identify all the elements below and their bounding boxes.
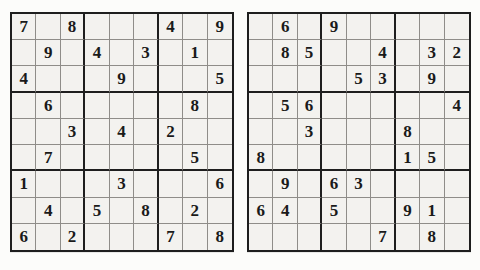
sudoku-cell-right-r2c9[interactable]: 2 [445,40,469,66]
sudoku-cell-left-r9c4[interactable] [85,224,109,250]
sudoku-cell-right-r1c2[interactable]: 6 [273,14,297,40]
sudoku-cell-right-r7c5[interactable]: 3 [347,171,371,197]
sudoku-cell-left-r5c5[interactable]: 4 [110,119,134,145]
sudoku-cell-right-r7c8[interactable] [420,171,444,197]
sudoku-cell-right-r6c1[interactable]: 8 [249,145,273,171]
sudoku-cell-left-r2c1[interactable] [12,40,36,66]
sudoku-cell-left-r5c3[interactable]: 3 [61,119,85,145]
sudoku-cell-right-r5c4[interactable] [322,119,346,145]
sudoku-cell-left-r9c1[interactable]: 6 [12,224,36,250]
sudoku-cell-right-r4c9[interactable]: 4 [445,93,469,119]
sudoku-cell-right-r5c5[interactable] [347,119,371,145]
sudoku-cell-left-r1c4[interactable] [85,14,109,40]
sudoku-cell-left-r8c7[interactable] [159,198,183,224]
sudoku-cell-right-r9c6[interactable]: 7 [371,224,395,250]
sudoku-cell-left-r7c3[interactable] [61,171,85,197]
sudoku-cell-right-r9c9[interactable] [445,224,469,250]
sudoku-cell-right-r7c2[interactable]: 9 [273,171,297,197]
sudoku-cell-right-r2c7[interactable] [396,40,420,66]
sudoku-cell-right-r3c2[interactable] [273,66,297,92]
sudoku-cell-left-r3c1[interactable]: 4 [12,66,36,92]
sudoku-cell-right-r6c8[interactable]: 5 [420,145,444,171]
sudoku-cell-left-r8c8[interactable]: 2 [183,198,207,224]
sudoku-cell-right-r8c1[interactable]: 6 [249,198,273,224]
sudoku-cell-left-r5c6[interactable] [134,119,158,145]
sudoku-cell-right-r2c4[interactable] [322,40,346,66]
sudoku-cell-left-r9c9[interactable]: 8 [208,224,232,250]
sudoku-cell-left-r6c3[interactable] [61,145,85,171]
sudoku-cell-right-r8c9[interactable] [445,198,469,224]
sudoku-cell-right-r4c8[interactable] [420,93,444,119]
sudoku-cell-right-r3c8[interactable]: 9 [420,66,444,92]
sudoku-cell-right-r1c6[interactable] [371,14,395,40]
sudoku-cell-left-r2c2[interactable]: 9 [36,40,60,66]
sudoku-cell-left-r4c5[interactable] [110,93,134,119]
sudoku-cell-left-r7c9[interactable]: 6 [208,171,232,197]
sudoku-cell-left-r8c3[interactable] [61,198,85,224]
sudoku-cell-left-r8c9[interactable] [208,198,232,224]
sudoku-cell-left-r1c8[interactable] [183,14,207,40]
sudoku-cell-left-r9c5[interactable] [110,224,134,250]
sudoku-cell-right-r9c5[interactable] [347,224,371,250]
sudoku-cell-left-r5c4[interactable] [85,119,109,145]
sudoku-cell-right-r4c4[interactable] [322,93,346,119]
sudoku-cell-left-r3c4[interactable] [85,66,109,92]
sudoku-cell-left-r4c6[interactable] [134,93,158,119]
sudoku-cell-right-r5c8[interactable] [420,119,444,145]
sudoku-cell-left-r5c7[interactable]: 2 [159,119,183,145]
sudoku-cell-right-r3c5[interactable]: 5 [347,66,371,92]
sudoku-cell-left-r2c5[interactable] [110,40,134,66]
sudoku-cell-right-r9c1[interactable] [249,224,273,250]
sudoku-cell-right-r3c1[interactable] [249,66,273,92]
sudoku-cell-left-r9c3[interactable]: 2 [61,224,85,250]
sudoku-cell-right-r3c7[interactable] [396,66,420,92]
sudoku-cell-right-r1c8[interactable] [420,14,444,40]
sudoku-cell-left-r9c8[interactable] [183,224,207,250]
sudoku-cell-right-r5c6[interactable] [371,119,395,145]
sudoku-cell-left-r6c8[interactable]: 5 [183,145,207,171]
sudoku-board-right: 6985432539564388159636459178 [247,12,471,252]
sudoku-cell-left-r7c7[interactable] [159,171,183,197]
sudoku-cell-left-r2c7[interactable] [159,40,183,66]
sudoku-cell-left-r3c8[interactable] [183,66,207,92]
sudoku-cell-left-r7c1[interactable]: 1 [12,171,36,197]
sudoku-cell-left-r5c8[interactable] [183,119,207,145]
sudoku-cell-right-r2c8[interactable]: 3 [420,40,444,66]
sudoku-cell-left-r8c4[interactable]: 5 [85,198,109,224]
sudoku-cell-right-r7c1[interactable] [249,171,273,197]
sudoku-cell-left-r8c5[interactable] [110,198,134,224]
sudoku-cell-left-r1c6[interactable] [134,14,158,40]
sudoku-cell-left-r6c5[interactable] [110,145,134,171]
sudoku-cell-left-r1c2[interactable] [36,14,60,40]
sudoku-cell-right-r4c6[interactable] [371,93,395,119]
sudoku-cell-right-r3c4[interactable] [322,66,346,92]
sudoku-cell-left-r3c7[interactable] [159,66,183,92]
sudoku-cell-right-r7c9[interactable] [445,171,469,197]
sudoku-cell-right-r5c1[interactable] [249,119,273,145]
sudoku-cell-right-r6c9[interactable] [445,145,469,171]
sudoku-cell-right-r5c2[interactable] [273,119,297,145]
sudoku-cell-left-r5c9[interactable] [208,119,232,145]
sudoku-cell-left-r6c1[interactable] [12,145,36,171]
sudoku-cell-right-r2c2[interactable]: 8 [273,40,297,66]
sudoku-cell-right-r7c6[interactable] [371,171,395,197]
sudoku-cell-left-r7c5[interactable]: 3 [110,171,134,197]
sudoku-cell-left-r5c2[interactable] [36,119,60,145]
sudoku-cell-left-r9c2[interactable] [36,224,60,250]
sudoku-cell-right-r1c7[interactable] [396,14,420,40]
sudoku-cell-left-r2c3[interactable] [61,40,85,66]
sudoku-cell-left-r4c4[interactable] [85,93,109,119]
sudoku-cell-left-r4c8[interactable]: 8 [183,93,207,119]
sudoku-cell-right-r5c3[interactable]: 3 [298,119,322,145]
sudoku-cell-left-r6c9[interactable] [208,145,232,171]
sudoku-cell-left-r3c2[interactable] [36,66,60,92]
sudoku-cell-right-r1c1[interactable] [249,14,273,40]
sudoku-cell-left-r1c9[interactable]: 9 [208,14,232,40]
sudoku-cell-left-r3c9[interactable]: 5 [208,66,232,92]
sudoku-board-left: 78499431495683427513645826278 [10,12,234,252]
sudoku-cell-right-r1c5[interactable] [347,14,371,40]
sudoku-cell-right-r7c3[interactable] [298,171,322,197]
sudoku-cell-left-r6c6[interactable] [134,145,158,171]
sudoku-cell-right-r8c7[interactable]: 9 [396,198,420,224]
sudoku-cell-right-r1c9[interactable] [445,14,469,40]
sudoku-cell-right-r8c4[interactable]: 5 [322,198,346,224]
sudoku-cell-right-r6c6[interactable] [371,145,395,171]
sudoku-cell-left-r3c6[interactable] [134,66,158,92]
sudoku-cell-right-r8c2[interactable]: 4 [273,198,297,224]
sudoku-cell-right-r9c2[interactable] [273,224,297,250]
sudoku-cell-right-r9c7[interactable] [396,224,420,250]
sudoku-cell-left-r3c5[interactable]: 9 [110,66,134,92]
sudoku-cell-right-r6c7[interactable]: 1 [396,145,420,171]
sudoku-cell-left-r7c8[interactable] [183,171,207,197]
sudoku-cell-left-r4c7[interactable] [159,93,183,119]
sudoku-cell-left-r1c1[interactable]: 7 [12,14,36,40]
sudoku-cell-right-r4c2[interactable]: 5 [273,93,297,119]
sudoku-cell-right-r2c5[interactable] [347,40,371,66]
sudoku-cell-left-r4c1[interactable] [12,93,36,119]
sudoku-cell-right-r1c4[interactable]: 9 [322,14,346,40]
sudoku-cell-right-r2c3[interactable]: 5 [298,40,322,66]
sudoku-cell-right-r5c9[interactable] [445,119,469,145]
sudoku-cell-right-r9c4[interactable] [322,224,346,250]
sudoku-cell-right-r2c6[interactable]: 4 [371,40,395,66]
sudoku-cell-right-r6c3[interactable] [298,145,322,171]
sudoku-cell-right-r5c7[interactable]: 8 [396,119,420,145]
sudoku-cell-right-r7c4[interactable]: 6 [322,171,346,197]
sudoku-cell-left-r5c1[interactable] [12,119,36,145]
sudoku-cell-right-r3c3[interactable] [298,66,322,92]
sudoku-cell-left-r8c6[interactable]: 8 [134,198,158,224]
sudoku-cell-left-r9c6[interactable] [134,224,158,250]
sudoku-cell-left-r6c2[interactable]: 7 [36,145,60,171]
sudoku-cell-right-r1c3[interactable] [298,14,322,40]
sudoku-cell-left-r1c3[interactable]: 8 [61,14,85,40]
sudoku-cell-right-r8c8[interactable]: 1 [420,198,444,224]
sudoku-cell-left-r2c8[interactable]: 1 [183,40,207,66]
sudoku-cell-left-r2c4[interactable]: 4 [85,40,109,66]
sudoku-cell-right-r8c6[interactable] [371,198,395,224]
sudoku-page: 78499431495683427513645826278 6985432539… [0,0,480,270]
sudoku-cell-left-r7c2[interactable] [36,171,60,197]
sudoku-cell-right-r4c3[interactable]: 6 [298,93,322,119]
sudoku-cell-right-r4c7[interactable] [396,93,420,119]
sudoku-cell-right-r2c1[interactable] [249,40,273,66]
sudoku-cell-left-r9c7[interactable]: 7 [159,224,183,250]
sudoku-cell-right-r6c5[interactable] [347,145,371,171]
sudoku-cell-right-r3c6[interactable]: 3 [371,66,395,92]
sudoku-cell-right-r8c5[interactable] [347,198,371,224]
sudoku-cell-left-r1c5[interactable] [110,14,134,40]
sudoku-cell-left-r4c2[interactable]: 6 [36,93,60,119]
sudoku-cell-left-r7c4[interactable] [85,171,109,197]
sudoku-cell-right-r9c3[interactable] [298,224,322,250]
sudoku-cell-right-r8c3[interactable] [298,198,322,224]
sudoku-cell-left-r4c9[interactable] [208,93,232,119]
sudoku-cell-left-r2c6[interactable]: 3 [134,40,158,66]
sudoku-cell-right-r4c1[interactable] [249,93,273,119]
sudoku-cell-right-r7c7[interactable] [396,171,420,197]
sudoku-cell-left-r3c3[interactable] [61,66,85,92]
sudoku-cell-left-r1c7[interactable]: 4 [159,14,183,40]
sudoku-cell-right-r6c4[interactable] [322,145,346,171]
sudoku-cell-left-r4c3[interactable] [61,93,85,119]
sudoku-cell-right-r9c8[interactable]: 8 [420,224,444,250]
sudoku-cell-left-r7c6[interactable] [134,171,158,197]
sudoku-cell-left-r6c7[interactable] [159,145,183,171]
sudoku-cell-left-r8c1[interactable] [12,198,36,224]
sudoku-cell-right-r4c5[interactable] [347,93,371,119]
sudoku-cell-right-r6c2[interactable] [273,145,297,171]
sudoku-cell-right-r3c9[interactable] [445,66,469,92]
sudoku-cell-left-r8c2[interactable]: 4 [36,198,60,224]
sudoku-cell-left-r2c9[interactable] [208,40,232,66]
sudoku-cell-left-r6c4[interactable] [85,145,109,171]
